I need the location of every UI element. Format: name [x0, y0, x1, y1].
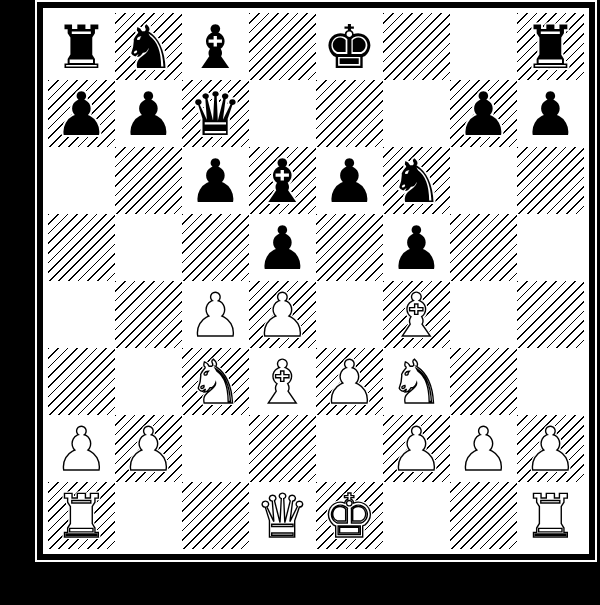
square-d2[interactable]: [249, 415, 316, 482]
square-g5[interactable]: [450, 214, 517, 281]
square-d1[interactable]: ♛: [249, 482, 316, 549]
square-e7[interactable]: [316, 80, 383, 147]
square-a8[interactable]: ♜: [48, 13, 115, 80]
black-queen: ♛: [182, 80, 249, 147]
square-c1[interactable]: [182, 482, 249, 549]
square-f5[interactable]: ♟: [383, 214, 450, 281]
square-e8[interactable]: ♚: [316, 13, 383, 80]
square-f2[interactable]: ♟: [383, 415, 450, 482]
square-d5[interactable]: ♟: [249, 214, 316, 281]
square-d8[interactable]: [249, 13, 316, 80]
square-d7[interactable]: [249, 80, 316, 147]
square-f4[interactable]: ♝: [383, 281, 450, 348]
square-a3[interactable]: [48, 348, 115, 415]
white-pawn: ♟: [249, 281, 316, 348]
square-h4[interactable]: [517, 281, 584, 348]
square-a1[interactable]: ♜: [48, 482, 115, 549]
square-b8[interactable]: ♞: [115, 13, 182, 80]
square-e5[interactable]: [316, 214, 383, 281]
square-d4[interactable]: ♟: [249, 281, 316, 348]
white-pawn: ♟: [517, 415, 584, 482]
square-a2[interactable]: ♟: [48, 415, 115, 482]
chess-board: ♜♞♝♚♜♟♟♛♟♟♟♝♟♞♟♟♟♟♝♞♝♟♞♟♟♟♟♟♜♛♚♜: [48, 13, 584, 549]
square-e1[interactable]: ♚: [316, 482, 383, 549]
square-g7[interactable]: ♟: [450, 80, 517, 147]
white-rook: ♜: [517, 482, 584, 549]
white-pawn: ♟: [316, 348, 383, 415]
black-knight: ♞: [383, 147, 450, 214]
square-b5[interactable]: [115, 214, 182, 281]
white-queen: ♛: [249, 482, 316, 549]
square-c6[interactable]: ♟: [182, 147, 249, 214]
square-e4[interactable]: [316, 281, 383, 348]
square-b1[interactable]: [115, 482, 182, 549]
square-f3[interactable]: ♞: [383, 348, 450, 415]
square-h3[interactable]: [517, 348, 584, 415]
black-pawn: ♟: [182, 147, 249, 214]
black-pawn: ♟: [450, 80, 517, 147]
black-pawn: ♟: [316, 147, 383, 214]
white-pawn: ♟: [383, 415, 450, 482]
square-c3[interactable]: ♞: [182, 348, 249, 415]
white-rook: ♜: [48, 482, 115, 549]
square-h7[interactable]: ♟: [517, 80, 584, 147]
square-h8[interactable]: ♜: [517, 13, 584, 80]
square-g3[interactable]: [450, 348, 517, 415]
square-c7[interactable]: ♛: [182, 80, 249, 147]
chess-board-frame: ♜♞♝♚♜♟♟♛♟♟♟♝♟♞♟♟♟♟♝♞♝♟♞♟♟♟♟♟♜♛♚♜: [37, 2, 595, 560]
white-knight: ♞: [182, 348, 249, 415]
white-pawn: ♟: [182, 281, 249, 348]
white-bishop: ♝: [383, 281, 450, 348]
square-b4[interactable]: [115, 281, 182, 348]
white-knight: ♞: [383, 348, 450, 415]
square-b3[interactable]: [115, 348, 182, 415]
black-rook: ♜: [48, 13, 115, 80]
square-a7[interactable]: ♟: [48, 80, 115, 147]
black-rook: ♜: [517, 13, 584, 80]
square-c4[interactable]: ♟: [182, 281, 249, 348]
square-h5[interactable]: [517, 214, 584, 281]
square-e3[interactable]: ♟: [316, 348, 383, 415]
white-bishop: ♝: [249, 348, 316, 415]
square-b6[interactable]: [115, 147, 182, 214]
square-e6[interactable]: ♟: [316, 147, 383, 214]
square-f6[interactable]: ♞: [383, 147, 450, 214]
square-f1[interactable]: [383, 482, 450, 549]
black-pawn: ♟: [249, 214, 316, 281]
black-king: ♚: [316, 13, 383, 80]
square-a6[interactable]: [48, 147, 115, 214]
square-d6[interactable]: ♝: [249, 147, 316, 214]
white-pawn: ♟: [115, 415, 182, 482]
white-pawn: ♟: [48, 415, 115, 482]
black-pawn: ♟: [383, 214, 450, 281]
square-g8[interactable]: [450, 13, 517, 80]
square-d3[interactable]: ♝: [249, 348, 316, 415]
square-e2[interactable]: [316, 415, 383, 482]
square-c8[interactable]: ♝: [182, 13, 249, 80]
black-pawn: ♟: [115, 80, 182, 147]
square-g1[interactable]: [450, 482, 517, 549]
square-c2[interactable]: [182, 415, 249, 482]
black-pawn: ♟: [517, 80, 584, 147]
square-f8[interactable]: [383, 13, 450, 80]
black-bishop: ♝: [249, 147, 316, 214]
square-c5[interactable]: [182, 214, 249, 281]
white-king: ♚: [316, 482, 383, 549]
square-f7[interactable]: [383, 80, 450, 147]
white-pawn: ♟: [450, 415, 517, 482]
square-a4[interactable]: [48, 281, 115, 348]
square-a5[interactable]: [48, 214, 115, 281]
square-g6[interactable]: [450, 147, 517, 214]
square-b7[interactable]: ♟: [115, 80, 182, 147]
black-bishop: ♝: [182, 13, 249, 80]
square-g2[interactable]: ♟: [450, 415, 517, 482]
square-b2[interactable]: ♟: [115, 415, 182, 482]
square-h2[interactable]: ♟: [517, 415, 584, 482]
square-h1[interactable]: ♜: [517, 482, 584, 549]
square-h6[interactable]: [517, 147, 584, 214]
black-knight: ♞: [115, 13, 182, 80]
black-pawn: ♟: [48, 80, 115, 147]
square-g4[interactable]: [450, 281, 517, 348]
